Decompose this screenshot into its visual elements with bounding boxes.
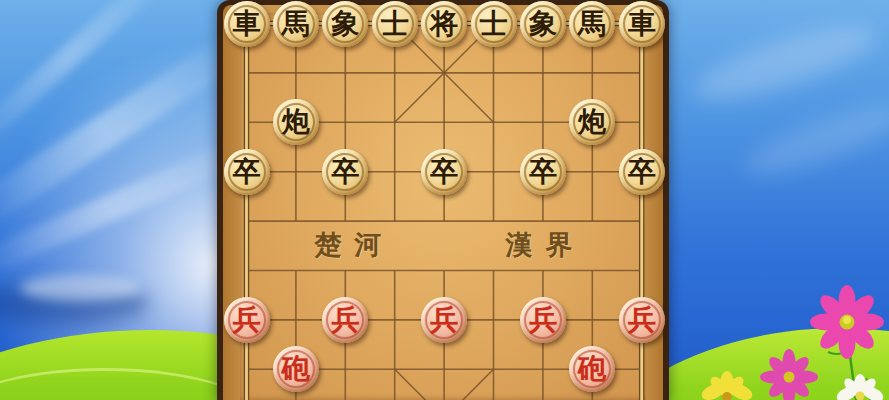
piece-character: 車	[233, 10, 261, 38]
piece-black-車-a0[interactable]: 車	[224, 1, 270, 47]
piece-character: 卒	[529, 158, 557, 186]
piece-red-砲-h7[interactable]: 砲	[569, 346, 615, 392]
piece-character: 卒	[331, 158, 359, 186]
piece-character: 卒	[233, 158, 261, 186]
piece-character: 兵	[331, 306, 359, 334]
piece-character: 兵	[529, 306, 557, 334]
piece-red-兵-i6[interactable]: 兵	[619, 297, 665, 343]
piece-character: 炮	[578, 108, 606, 136]
piece-character: 馬	[282, 10, 310, 38]
piece-character: 砲	[282, 355, 310, 383]
river-label-han-jie: 漢界	[493, 227, 586, 263]
piece-black-将-e0[interactable]: 将	[421, 1, 467, 47]
piece-black-象-g0[interactable]: 象	[520, 1, 566, 47]
piece-character: 砲	[578, 355, 606, 383]
piece-black-卒-g3[interactable]: 卒	[520, 149, 566, 195]
piece-black-卒-e3[interactable]: 卒	[421, 149, 467, 195]
piece-black-馬-h0[interactable]: 馬	[569, 1, 615, 47]
piece-black-馬-b0[interactable]: 馬	[273, 1, 319, 47]
piece-character: 士	[381, 10, 409, 38]
piece-black-卒-c3[interactable]: 卒	[322, 149, 368, 195]
river-label-chu-he: 楚河	[302, 227, 395, 263]
piece-black-象-c0[interactable]: 象	[322, 1, 368, 47]
piece-black-士-d0[interactable]: 士	[372, 1, 418, 47]
piece-character: 卒	[628, 158, 656, 186]
piece-character: 車	[628, 10, 656, 38]
piece-black-炮-b2[interactable]: 炮	[273, 99, 319, 145]
piece-black-卒-i3[interactable]: 卒	[619, 149, 665, 195]
piece-character: 卒	[430, 158, 458, 186]
cloud	[20, 275, 140, 301]
piece-red-兵-e6[interactable]: 兵	[421, 297, 467, 343]
piece-black-士-f0[interactable]: 士	[471, 1, 517, 47]
piece-character: 将	[430, 10, 458, 38]
piece-black-卒-a3[interactable]: 卒	[224, 149, 270, 195]
piece-character: 兵	[233, 306, 261, 334]
piece-red-兵-g6[interactable]: 兵	[520, 297, 566, 343]
piece-character: 兵	[430, 306, 458, 334]
piece-character: 兵	[628, 306, 656, 334]
piece-red-兵-c6[interactable]: 兵	[322, 297, 368, 343]
piece-red-砲-b7[interactable]: 砲	[273, 346, 319, 392]
piece-red-兵-a6[interactable]: 兵	[224, 297, 270, 343]
piece-character: 象	[529, 10, 557, 38]
piece-character: 馬	[578, 10, 606, 38]
piece-black-炮-h2[interactable]: 炮	[569, 99, 615, 145]
piece-character: 炮	[282, 108, 310, 136]
piece-character: 士	[480, 10, 508, 38]
piece-black-車-i0[interactable]: 車	[619, 1, 665, 47]
cloud	[688, 12, 883, 114]
piece-character: 象	[331, 10, 359, 38]
cloud	[738, 92, 889, 188]
xiangqi-game-screen: 楚河 漢界 車馬象士将士象馬車炮炮卒卒卒卒卒兵兵兵兵兵砲砲	[0, 0, 889, 400]
